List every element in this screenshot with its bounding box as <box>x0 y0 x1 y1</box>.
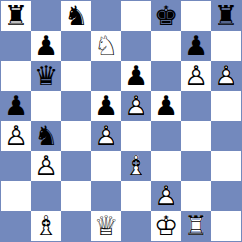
square-d4[interactable]: ♟♙ <box>91 121 121 151</box>
square-h1[interactable] <box>211 211 241 241</box>
piece-black-rook[interactable]: ♜ <box>1 1 31 31</box>
white-king-icon: ♔ <box>154 212 178 239</box>
piece-black-rook[interactable]: ♜ <box>211 1 241 31</box>
piece-black-pawn[interactable]: ♟ <box>121 61 151 91</box>
square-g6[interactable]: ♟♙ <box>181 61 211 91</box>
square-e8[interactable] <box>121 1 151 31</box>
square-a1[interactable] <box>1 211 31 241</box>
white-queen-icon: ♕ <box>94 212 118 239</box>
square-d3[interactable] <box>91 151 121 181</box>
piece-white-rook[interactable]: ♜♖ <box>181 211 211 241</box>
white-bishop-icon: ♗ <box>124 152 148 179</box>
square-h5[interactable] <box>211 91 241 121</box>
white-pawn-icon: ♙ <box>214 62 238 89</box>
square-e1[interactable] <box>121 211 151 241</box>
square-g2[interactable] <box>181 181 211 211</box>
white-knight-icon: ♘ <box>94 32 118 59</box>
square-e2[interactable] <box>121 181 151 211</box>
piece-black-knight[interactable]: ♞ <box>61 1 91 31</box>
square-c5[interactable] <box>61 91 91 121</box>
black-knight-icon: ♞ <box>34 122 58 149</box>
square-a4[interactable]: ♟♙ <box>1 121 31 151</box>
chess-board: ♜♞♚♜♟♞♘♟♛♟♟♙♟♙♟♟♟♙♟♟♙♞♟♙♟♙♝♗♟♙♝♗♛♕♚♔♜♖ <box>0 0 242 242</box>
black-pawn-icon: ♟ <box>4 92 28 119</box>
square-f6[interactable] <box>151 61 181 91</box>
square-b2[interactable] <box>31 181 61 211</box>
black-pawn-icon: ♟ <box>154 92 178 119</box>
square-d2[interactable] <box>91 181 121 211</box>
square-h6[interactable]: ♟♙ <box>211 61 241 91</box>
square-g4[interactable] <box>181 121 211 151</box>
white-pawn-icon: ♙ <box>184 62 208 89</box>
black-queen-icon: ♛ <box>34 62 58 89</box>
square-c4[interactable] <box>61 121 91 151</box>
square-h4[interactable] <box>211 121 241 151</box>
piece-black-pawn[interactable]: ♟ <box>31 31 61 61</box>
piece-white-king[interactable]: ♚♔ <box>151 211 181 241</box>
white-pawn-icon: ♙ <box>4 122 28 149</box>
piece-white-pawn[interactable]: ♟♙ <box>1 121 31 151</box>
square-f2[interactable]: ♟♙ <box>151 181 181 211</box>
square-c6[interactable] <box>61 61 91 91</box>
square-a8[interactable]: ♜ <box>1 1 31 31</box>
piece-white-bishop[interactable]: ♝♗ <box>31 211 61 241</box>
square-g3[interactable] <box>181 151 211 181</box>
square-d7[interactable]: ♞♘ <box>91 31 121 61</box>
white-pawn-icon: ♙ <box>154 182 178 209</box>
square-d1[interactable]: ♛♕ <box>91 211 121 241</box>
square-f5[interactable]: ♟ <box>151 91 181 121</box>
piece-white-pawn[interactable]: ♟♙ <box>121 91 151 121</box>
square-h7[interactable] <box>211 31 241 61</box>
square-b1[interactable]: ♝♗ <box>31 211 61 241</box>
square-b3[interactable]: ♟♙ <box>31 151 61 181</box>
piece-white-knight[interactable]: ♞♘ <box>91 31 121 61</box>
square-b4[interactable]: ♞ <box>31 121 61 151</box>
piece-white-queen[interactable]: ♛♕ <box>91 211 121 241</box>
square-g7[interactable]: ♟ <box>181 31 211 61</box>
square-a6[interactable] <box>1 61 31 91</box>
square-g8[interactable] <box>181 1 211 31</box>
square-e4[interactable] <box>121 121 151 151</box>
piece-white-pawn[interactable]: ♟♙ <box>211 61 241 91</box>
square-b8[interactable] <box>31 1 61 31</box>
black-pawn-icon: ♟ <box>184 32 208 59</box>
piece-black-queen[interactable]: ♛ <box>31 61 61 91</box>
white-pawn-icon: ♙ <box>34 152 58 179</box>
square-d8[interactable] <box>91 1 121 31</box>
black-rook-icon: ♜ <box>214 2 238 29</box>
square-f1[interactable]: ♚♔ <box>151 211 181 241</box>
square-e7[interactable] <box>121 31 151 61</box>
black-pawn-icon: ♟ <box>34 32 58 59</box>
piece-white-pawn[interactable]: ♟♙ <box>91 121 121 151</box>
square-a3[interactable] <box>1 151 31 181</box>
black-knight-icon: ♞ <box>64 2 88 29</box>
piece-white-pawn[interactable]: ♟♙ <box>181 61 211 91</box>
square-f4[interactable] <box>151 121 181 151</box>
square-c3[interactable] <box>61 151 91 181</box>
square-c7[interactable] <box>61 31 91 61</box>
square-h3[interactable] <box>211 151 241 181</box>
square-d5[interactable]: ♟ <box>91 91 121 121</box>
square-h2[interactable] <box>211 181 241 211</box>
square-g1[interactable]: ♜♖ <box>181 211 211 241</box>
square-f8[interactable]: ♚ <box>151 1 181 31</box>
black-pawn-icon: ♟ <box>94 92 118 119</box>
square-e5[interactable]: ♟♙ <box>121 91 151 121</box>
chess-board-area: ♜♞♚♜♟♞♘♟♛♟♟♙♟♙♟♟♟♙♟♟♙♞♟♙♟♙♝♗♟♙♝♗♛♕♚♔♜♖ <box>0 0 242 242</box>
square-a2[interactable] <box>1 181 31 211</box>
square-b6[interactable]: ♛ <box>31 61 61 91</box>
piece-black-pawn[interactable]: ♟ <box>1 91 31 121</box>
white-rook-icon: ♖ <box>184 212 208 239</box>
square-e6[interactable]: ♟ <box>121 61 151 91</box>
square-c1[interactable] <box>61 211 91 241</box>
square-g5[interactable] <box>181 91 211 121</box>
white-pawn-icon: ♙ <box>124 92 148 119</box>
square-f3[interactable] <box>151 151 181 181</box>
piece-white-pawn[interactable]: ♟♙ <box>151 181 181 211</box>
black-pawn-icon: ♟ <box>124 62 148 89</box>
white-bishop-icon: ♗ <box>34 212 58 239</box>
square-c8[interactable]: ♞ <box>61 1 91 31</box>
piece-white-pawn[interactable]: ♟♙ <box>31 151 61 181</box>
piece-black-pawn[interactable]: ♟ <box>151 91 181 121</box>
piece-black-pawn[interactable]: ♟ <box>181 31 211 61</box>
piece-black-knight[interactable]: ♞ <box>31 121 61 151</box>
square-h8[interactable]: ♜ <box>211 1 241 31</box>
square-f7[interactable] <box>151 31 181 61</box>
square-a5[interactable]: ♟ <box>1 91 31 121</box>
square-e3[interactable]: ♝♗ <box>121 151 151 181</box>
square-b5[interactable] <box>31 91 61 121</box>
square-a7[interactable] <box>1 31 31 61</box>
black-rook-icon: ♜ <box>4 2 28 29</box>
square-d6[interactable] <box>91 61 121 91</box>
piece-white-bishop[interactable]: ♝♗ <box>121 151 151 181</box>
piece-black-pawn[interactable]: ♟ <box>91 91 121 121</box>
white-pawn-icon: ♙ <box>94 122 118 149</box>
piece-black-king[interactable]: ♚ <box>151 1 181 31</box>
square-c2[interactable] <box>61 181 91 211</box>
square-b7[interactable]: ♟ <box>31 31 61 61</box>
black-king-icon: ♚ <box>154 2 178 29</box>
